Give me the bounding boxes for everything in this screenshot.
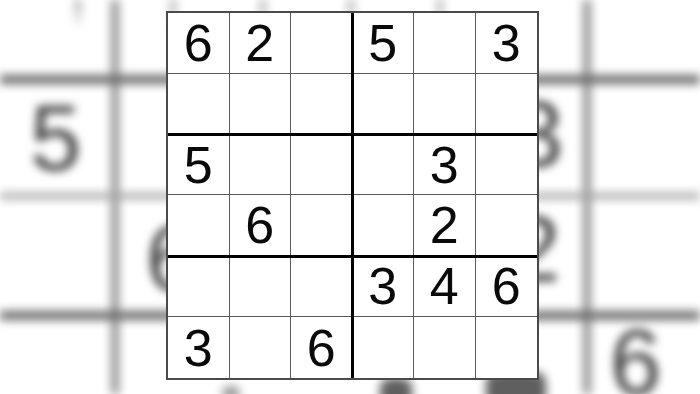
cell-r4c2[interactable]: 6 <box>230 195 292 256</box>
cell-r2c3[interactable] <box>291 74 353 135</box>
cell-r6c4[interactable] <box>353 317 415 378</box>
bg-digit-5: 5 <box>30 92 81 184</box>
cell-r6c6[interactable] <box>476 317 538 378</box>
bg-partial-digit-blob <box>222 386 240 394</box>
cell-r3c3[interactable] <box>291 135 353 196</box>
cell-r2c1[interactable] <box>168 74 230 135</box>
cell-r3c6[interactable] <box>476 135 538 196</box>
cell-r5c2[interactable] <box>230 256 292 317</box>
cell-r6c5[interactable] <box>414 317 476 378</box>
cell-r1c5[interactable] <box>414 13 476 74</box>
cell-r2c2[interactable] <box>230 74 292 135</box>
cell-r6c3[interactable]: 6 <box>291 317 353 378</box>
cell-r5c1[interactable] <box>168 256 230 317</box>
cell-r1c1[interactable]: 6 <box>168 13 230 74</box>
cell-r2c6[interactable] <box>476 74 538 135</box>
cell-r6c2[interactable] <box>230 317 292 378</box>
cell-r4c1[interactable] <box>168 195 230 256</box>
cell-r4c4[interactable] <box>353 195 415 256</box>
cell-r1c2[interactable]: 2 <box>230 13 292 74</box>
cell-r2c5[interactable] <box>414 74 476 135</box>
cell-r1c4[interactable]: 5 <box>353 13 415 74</box>
cell-r4c5[interactable]: 2 <box>414 195 476 256</box>
sudoku-board-frame: 6253536234636 <box>166 11 539 380</box>
sudoku-screenshot: 5 3 2 6 6 6253536234636 <box>0 0 700 394</box>
cell-r5c4[interactable]: 3 <box>353 256 415 317</box>
cell-r1c3[interactable] <box>291 13 353 74</box>
box-separator-vertical <box>351 13 354 378</box>
cell-r3c1[interactable]: 5 <box>168 135 230 196</box>
cell-r5c3[interactable] <box>291 256 353 317</box>
cell-r3c4[interactable] <box>353 135 415 196</box>
cell-r1c6[interactable]: 3 <box>476 13 538 74</box>
cell-r6c1[interactable]: 3 <box>168 317 230 378</box>
cell-r3c5[interactable]: 3 <box>414 135 476 196</box>
cell-r4c6[interactable] <box>476 195 538 256</box>
cell-r4c3[interactable] <box>291 195 353 256</box>
bg-grid-vline-stub <box>75 0 81 28</box>
cell-r5c5[interactable]: 4 <box>414 256 476 317</box>
cell-r5c6[interactable]: 6 <box>476 256 538 317</box>
cell-r3c2[interactable] <box>230 135 292 196</box>
bg-digit-6: 6 <box>610 316 661 394</box>
cell-r2c4[interactable] <box>353 74 415 135</box>
bg-partial-digit-blob <box>380 378 412 394</box>
